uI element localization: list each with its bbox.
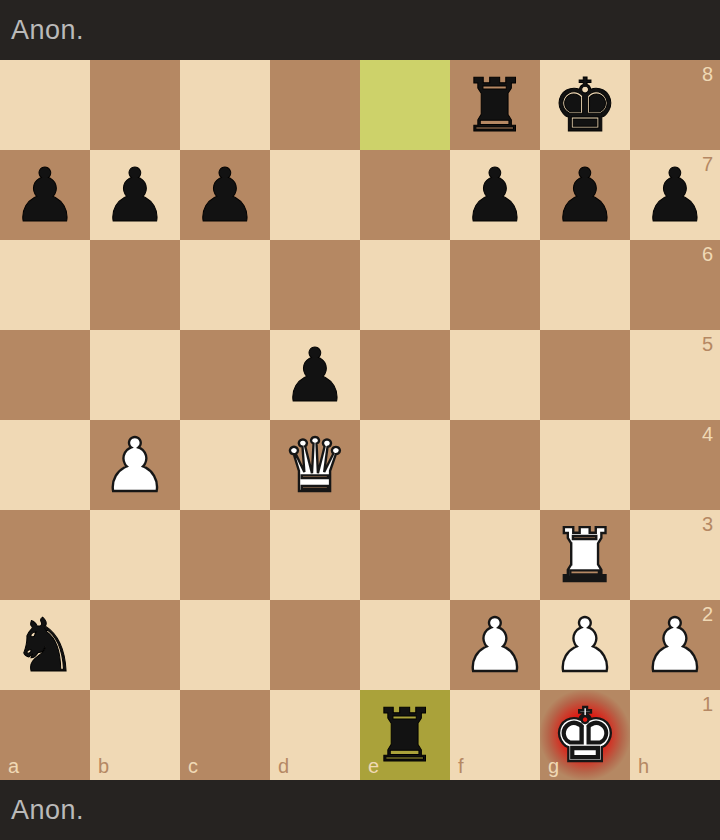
rank-label-8: 8 <box>702 63 713 86</box>
square-c4[interactable] <box>180 420 270 510</box>
square-g7[interactable]: ♟ <box>540 150 630 240</box>
square-h7[interactable]: 7♟ <box>630 150 720 240</box>
square-e1[interactable]: e♜ <box>360 690 450 780</box>
black-pawn[interactable]: ♟ <box>0 150 90 240</box>
square-f4[interactable] <box>450 420 540 510</box>
white-pawn[interactable]: ♟ <box>450 600 540 690</box>
square-h4[interactable]: 4 <box>630 420 720 510</box>
square-a4[interactable] <box>0 420 90 510</box>
square-c6[interactable] <box>180 240 270 330</box>
black-rook[interactable]: ♜ <box>360 690 450 780</box>
square-d2[interactable] <box>270 600 360 690</box>
black-pawn[interactable]: ♟ <box>180 150 270 240</box>
square-e4[interactable] <box>360 420 450 510</box>
top-player-bar: Anon. <box>0 0 720 60</box>
rank-label-6: 6 <box>702 243 713 266</box>
square-h6[interactable]: 6 <box>630 240 720 330</box>
rank-label-5: 5 <box>702 333 713 356</box>
square-f5[interactable] <box>450 330 540 420</box>
square-e5[interactable] <box>360 330 450 420</box>
top-player-name: Anon. <box>11 15 84 46</box>
white-pawn[interactable]: ♟ <box>90 420 180 510</box>
square-h5[interactable]: 5 <box>630 330 720 420</box>
square-e2[interactable] <box>360 600 450 690</box>
square-d6[interactable] <box>270 240 360 330</box>
square-h1[interactable]: h1 <box>630 690 720 780</box>
square-f7[interactable]: ♟ <box>450 150 540 240</box>
square-f6[interactable] <box>450 240 540 330</box>
square-b7[interactable]: ♟ <box>90 150 180 240</box>
square-d4[interactable]: ♛ <box>270 420 360 510</box>
black-pawn[interactable]: ♟ <box>90 150 180 240</box>
square-a2[interactable]: ♞ <box>0 600 90 690</box>
white-king[interactable]: ♚ <box>540 690 630 780</box>
file-label-a: a <box>8 755 19 778</box>
black-pawn[interactable]: ♟ <box>450 150 540 240</box>
square-d5[interactable]: ♟ <box>270 330 360 420</box>
square-d7[interactable] <box>270 150 360 240</box>
file-label-c: c <box>188 755 198 778</box>
square-g8[interactable]: ♚ <box>540 60 630 150</box>
black-pawn[interactable]: ♟ <box>630 150 720 240</box>
square-b1[interactable]: b <box>90 690 180 780</box>
white-pawn[interactable]: ♟ <box>540 600 630 690</box>
white-rook[interactable]: ♜ <box>540 510 630 600</box>
square-d3[interactable] <box>270 510 360 600</box>
rank-label-3: 3 <box>702 513 713 536</box>
square-e3[interactable] <box>360 510 450 600</box>
square-d8[interactable] <box>270 60 360 150</box>
square-a8[interactable] <box>0 60 90 150</box>
square-g2[interactable]: ♟ <box>540 600 630 690</box>
black-knight[interactable]: ♞ <box>0 600 90 690</box>
square-c5[interactable] <box>180 330 270 420</box>
square-d1[interactable]: d <box>270 690 360 780</box>
square-e8[interactable] <box>360 60 450 150</box>
black-rook[interactable]: ♜ <box>450 60 540 150</box>
chess-board[interactable]: ♜♚8♟♟♟♟♟7♟6♟5♟♛4♜3♞♟♟2♟abcde♜fg♚h1 <box>0 60 720 780</box>
square-a6[interactable] <box>0 240 90 330</box>
square-f1[interactable]: f <box>450 690 540 780</box>
square-h3[interactable]: 3 <box>630 510 720 600</box>
square-e6[interactable] <box>360 240 450 330</box>
square-b2[interactable] <box>90 600 180 690</box>
square-a5[interactable] <box>0 330 90 420</box>
file-label-d: d <box>278 755 289 778</box>
square-f2[interactable]: ♟ <box>450 600 540 690</box>
file-label-b: b <box>98 755 109 778</box>
chess-app: Anon. ♜♚8♟♟♟♟♟7♟6♟5♟♛4♜3♞♟♟2♟abcde♜fg♚h1… <box>0 0 720 840</box>
square-g6[interactable] <box>540 240 630 330</box>
file-label-h: h <box>638 755 649 778</box>
square-h2[interactable]: 2♟ <box>630 600 720 690</box>
bottom-player-name: Anon. <box>11 795 84 826</box>
square-b3[interactable] <box>90 510 180 600</box>
square-c8[interactable] <box>180 60 270 150</box>
square-f3[interactable] <box>450 510 540 600</box>
square-b8[interactable] <box>90 60 180 150</box>
white-pawn[interactable]: ♟ <box>630 600 720 690</box>
rank-label-1: 1 <box>702 693 713 716</box>
square-c7[interactable]: ♟ <box>180 150 270 240</box>
square-c3[interactable] <box>180 510 270 600</box>
square-g1[interactable]: g♚ <box>540 690 630 780</box>
black-pawn[interactable]: ♟ <box>270 330 360 420</box>
square-e7[interactable] <box>360 150 450 240</box>
white-queen[interactable]: ♛ <box>270 420 360 510</box>
square-g5[interactable] <box>540 330 630 420</box>
black-pawn[interactable]: ♟ <box>540 150 630 240</box>
bottom-player-bar: Anon. <box>0 780 720 840</box>
black-king[interactable]: ♚ <box>540 60 630 150</box>
square-a3[interactable] <box>0 510 90 600</box>
square-c1[interactable]: c <box>180 690 270 780</box>
square-f8[interactable]: ♜ <box>450 60 540 150</box>
square-b6[interactable] <box>90 240 180 330</box>
square-b4[interactable]: ♟ <box>90 420 180 510</box>
square-g4[interactable] <box>540 420 630 510</box>
square-g3[interactable]: ♜ <box>540 510 630 600</box>
square-a1[interactable]: a <box>0 690 90 780</box>
square-a7[interactable]: ♟ <box>0 150 90 240</box>
rank-label-4: 4 <box>702 423 713 446</box>
square-h8[interactable]: 8 <box>630 60 720 150</box>
square-b5[interactable] <box>90 330 180 420</box>
square-c2[interactable] <box>180 600 270 690</box>
file-label-f: f <box>458 755 464 778</box>
